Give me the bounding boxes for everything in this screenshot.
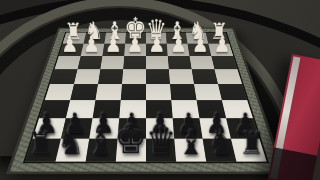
- piece-white-pawn[interactable]: ♟: [202, 33, 242, 55]
- square-g3[interactable]: [77, 56, 102, 69]
- square-d5[interactable]: [146, 84, 171, 100]
- square-d4[interactable]: [146, 69, 170, 84]
- square-a8[interactable]: ♜: [231, 139, 267, 162]
- square-g4[interactable]: [74, 69, 100, 84]
- square-a5[interactable]: [218, 84, 247, 100]
- square-f3[interactable]: [100, 56, 124, 69]
- square-e5[interactable]: [121, 84, 146, 100]
- board-squares: ♜♞♝♚♛♝♞♜♟♟♟♟♟♟♟♟♟♟♟♟♟♟♟♟♜♞♝♚♛♝♞♜: [25, 33, 266, 162]
- square-d3[interactable]: [146, 56, 169, 69]
- piece-black-rook[interactable]: ♜: [224, 128, 279, 160]
- square-e3[interactable]: [123, 56, 146, 69]
- square-b3[interactable]: [190, 56, 215, 69]
- square-g5[interactable]: [70, 84, 98, 100]
- square-c4[interactable]: [169, 69, 194, 84]
- scene: ♜♞♝♚♛♝♞♜♟♟♟♟♟♟♟♟♟♟♟♟♟♟♟♟♜♞♝♚♛♝♞♜: [0, 0, 320, 180]
- square-f5[interactable]: [95, 84, 122, 100]
- square-a2[interactable]: ♟: [208, 44, 233, 56]
- square-c3[interactable]: [168, 56, 192, 69]
- square-c5[interactable]: [170, 84, 197, 100]
- square-f4[interactable]: [98, 69, 123, 84]
- square-a3[interactable]: [211, 56, 237, 69]
- square-e4[interactable]: [122, 69, 146, 84]
- book-shadow: [268, 147, 318, 180]
- square-a4[interactable]: [215, 69, 242, 84]
